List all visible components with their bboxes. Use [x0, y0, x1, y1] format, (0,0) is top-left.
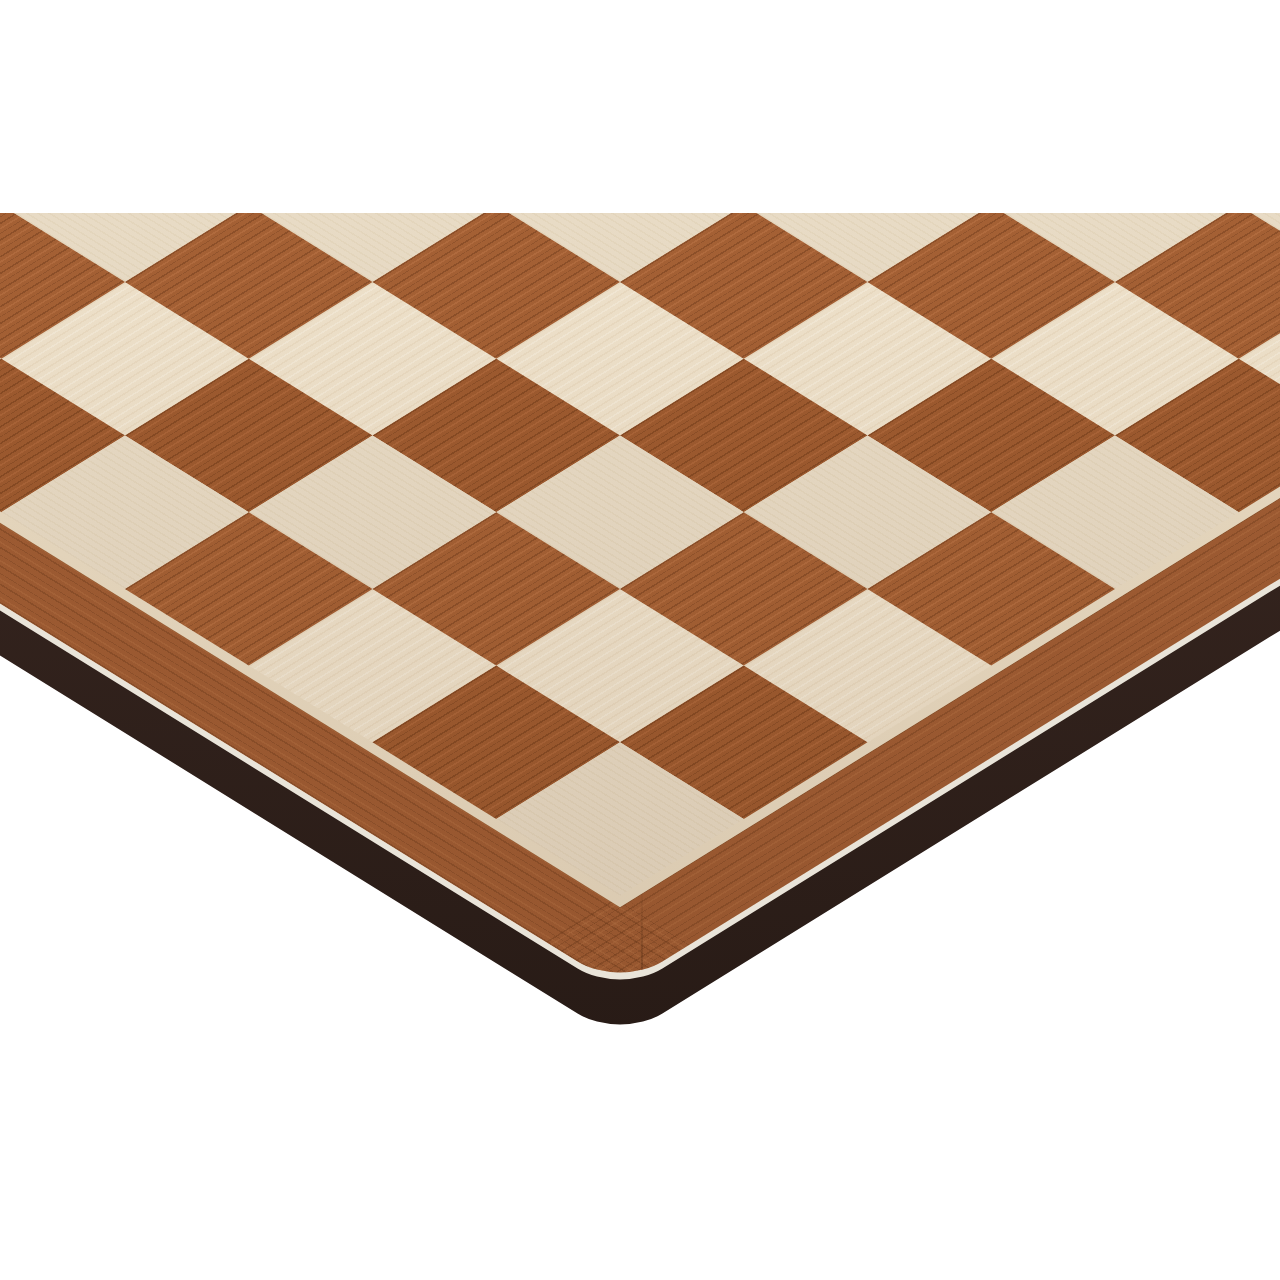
- product-photo-stage: [0, 0, 1280, 1280]
- photo-top-crop: [0, 0, 1280, 213]
